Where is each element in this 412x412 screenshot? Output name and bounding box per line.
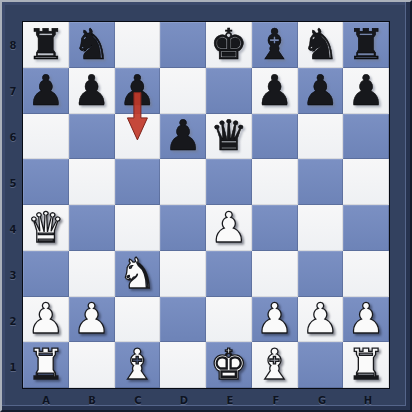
piece-white-bishop[interactable]: ♝ bbox=[256, 344, 294, 386]
square-g5[interactable] bbox=[298, 159, 344, 205]
square-d4[interactable] bbox=[160, 205, 206, 251]
square-h2[interactable]: ♟ bbox=[343, 297, 389, 343]
square-e4[interactable]: ♟ bbox=[206, 205, 252, 251]
piece-white-pawn[interactable]: ♟ bbox=[73, 298, 111, 340]
rank-label-5: 5 bbox=[4, 160, 22, 206]
square-d2[interactable] bbox=[160, 297, 206, 343]
square-g7[interactable]: ♟ bbox=[298, 68, 344, 114]
square-a7[interactable]: ♟ bbox=[23, 68, 69, 114]
rank-label-8: 8 bbox=[4, 22, 22, 68]
square-c3[interactable]: ♞ bbox=[115, 251, 161, 297]
square-h1[interactable]: ♜ bbox=[343, 342, 389, 388]
piece-white-pawn[interactable]: ♟ bbox=[27, 298, 65, 340]
piece-black-pawn[interactable]: ♟ bbox=[347, 70, 385, 112]
square-e3[interactable] bbox=[206, 251, 252, 297]
square-c6[interactable] bbox=[115, 114, 161, 160]
file-label-a: A bbox=[23, 390, 69, 410]
square-h3[interactable] bbox=[343, 251, 389, 297]
square-h7[interactable]: ♟ bbox=[343, 68, 389, 114]
file-label-g: G bbox=[299, 390, 345, 410]
file-label-h: H bbox=[345, 390, 391, 410]
square-g3[interactable] bbox=[298, 251, 344, 297]
piece-white-king[interactable]: ♚ bbox=[210, 344, 248, 386]
piece-black-knight[interactable]: ♞ bbox=[302, 24, 340, 66]
square-h8[interactable]: ♜ bbox=[343, 22, 389, 68]
square-a1[interactable]: ♜ bbox=[23, 342, 69, 388]
square-d8[interactable] bbox=[160, 22, 206, 68]
rank-labels: 87654321 bbox=[4, 22, 22, 390]
file-labels: ABCDEFGH bbox=[23, 390, 391, 410]
file-label-c: C bbox=[115, 390, 161, 410]
piece-black-pawn[interactable]: ♟ bbox=[27, 70, 65, 112]
square-c2[interactable] bbox=[115, 297, 161, 343]
square-a8[interactable]: ♜ bbox=[23, 22, 69, 68]
square-g6[interactable] bbox=[298, 114, 344, 160]
square-d1[interactable] bbox=[160, 342, 206, 388]
file-label-e: E bbox=[207, 390, 253, 410]
square-b6[interactable] bbox=[69, 114, 115, 160]
square-b5[interactable] bbox=[69, 159, 115, 205]
square-d5[interactable] bbox=[160, 159, 206, 205]
piece-white-pawn[interactable]: ♟ bbox=[210, 207, 248, 249]
piece-black-pawn[interactable]: ♟ bbox=[119, 70, 157, 112]
square-d7[interactable] bbox=[160, 68, 206, 114]
square-f5[interactable] bbox=[252, 159, 298, 205]
chess-board: ♜♞♚♝♞♜♟♟♟♟♟♟♟♛♛♟♞♟♟♟♟♟♜♝♚♝♜ bbox=[22, 21, 390, 389]
piece-black-pawn[interactable]: ♟ bbox=[302, 70, 340, 112]
piece-white-pawn[interactable]: ♟ bbox=[302, 298, 340, 340]
file-label-f: F bbox=[253, 390, 299, 410]
square-f4[interactable] bbox=[252, 205, 298, 251]
square-a6[interactable] bbox=[23, 114, 69, 160]
square-f8[interactable]: ♝ bbox=[252, 22, 298, 68]
square-c5[interactable] bbox=[115, 159, 161, 205]
piece-black-bishop[interactable]: ♝ bbox=[256, 24, 294, 66]
square-f7[interactable]: ♟ bbox=[252, 68, 298, 114]
square-a4[interactable]: ♛ bbox=[23, 205, 69, 251]
square-f6[interactable] bbox=[252, 114, 298, 160]
piece-black-rook[interactable]: ♜ bbox=[347, 24, 385, 66]
square-b8[interactable]: ♞ bbox=[69, 22, 115, 68]
square-e1[interactable]: ♚ bbox=[206, 342, 252, 388]
rank-label-3: 3 bbox=[4, 252, 22, 298]
square-a2[interactable]: ♟ bbox=[23, 297, 69, 343]
square-h6[interactable] bbox=[343, 114, 389, 160]
square-c8[interactable] bbox=[115, 22, 161, 68]
piece-black-pawn[interactable]: ♟ bbox=[73, 70, 111, 112]
square-f2[interactable]: ♟ bbox=[252, 297, 298, 343]
square-d3[interactable] bbox=[160, 251, 206, 297]
piece-black-king[interactable]: ♚ bbox=[210, 24, 248, 66]
file-label-d: D bbox=[161, 390, 207, 410]
piece-black-rook[interactable]: ♜ bbox=[27, 24, 65, 66]
square-g1[interactable] bbox=[298, 342, 344, 388]
piece-white-bishop[interactable]: ♝ bbox=[119, 344, 157, 386]
square-e7[interactable] bbox=[206, 68, 252, 114]
square-a5[interactable] bbox=[23, 159, 69, 205]
square-e6[interactable]: ♛ bbox=[206, 114, 252, 160]
chess-board-frame: 87654321 ♜♞♚♝♞♜♟♟♟♟♟♟♟♛♛♟♞♟♟♟♟♟♜♝♚♝♜ ABC… bbox=[0, 0, 412, 412]
square-b3[interactable] bbox=[69, 251, 115, 297]
square-h5[interactable] bbox=[343, 159, 389, 205]
file-label-b: B bbox=[69, 390, 115, 410]
square-e5[interactable] bbox=[206, 159, 252, 205]
square-f3[interactable] bbox=[252, 251, 298, 297]
square-c7[interactable]: ♟ bbox=[115, 68, 161, 114]
square-c4[interactable] bbox=[115, 205, 161, 251]
square-a3[interactable] bbox=[23, 251, 69, 297]
square-g2[interactable]: ♟ bbox=[298, 297, 344, 343]
square-e2[interactable] bbox=[206, 297, 252, 343]
square-b7[interactable]: ♟ bbox=[69, 68, 115, 114]
piece-black-pawn[interactable]: ♟ bbox=[256, 70, 294, 112]
rank-label-2: 2 bbox=[4, 298, 22, 344]
rank-label-7: 7 bbox=[4, 68, 22, 114]
piece-black-queen[interactable]: ♛ bbox=[210, 115, 248, 157]
piece-white-pawn[interactable]: ♟ bbox=[256, 298, 294, 340]
piece-white-rook[interactable]: ♜ bbox=[27, 344, 65, 386]
rank-label-4: 4 bbox=[4, 206, 22, 252]
piece-white-knight[interactable]: ♞ bbox=[119, 253, 157, 295]
square-g8[interactable]: ♞ bbox=[298, 22, 344, 68]
square-g4[interactable] bbox=[298, 205, 344, 251]
piece-black-knight[interactable]: ♞ bbox=[73, 24, 111, 66]
square-b1[interactable] bbox=[69, 342, 115, 388]
square-e8[interactable]: ♚ bbox=[206, 22, 252, 68]
piece-white-rook[interactable]: ♜ bbox=[347, 344, 385, 386]
rank-label-1: 1 bbox=[4, 344, 22, 390]
piece-white-queen[interactable]: ♛ bbox=[27, 207, 65, 249]
piece-white-pawn[interactable]: ♟ bbox=[347, 298, 385, 340]
square-b4[interactable] bbox=[69, 205, 115, 251]
rank-label-6: 6 bbox=[4, 114, 22, 160]
piece-black-pawn[interactable]: ♟ bbox=[164, 115, 202, 157]
square-b2[interactable]: ♟ bbox=[69, 297, 115, 343]
square-f1[interactable]: ♝ bbox=[252, 342, 298, 388]
square-c1[interactable]: ♝ bbox=[115, 342, 161, 388]
square-h4[interactable] bbox=[343, 205, 389, 251]
square-d6[interactable]: ♟ bbox=[160, 114, 206, 160]
